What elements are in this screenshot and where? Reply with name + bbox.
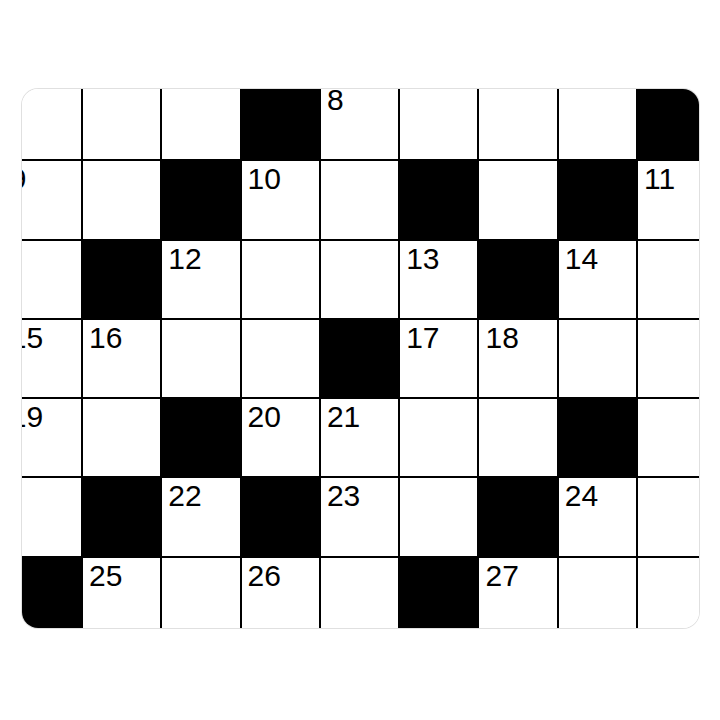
clue-number: 21 bbox=[327, 402, 360, 432]
white-cell[interactable] bbox=[321, 241, 400, 320]
clue-number: 17 bbox=[406, 323, 439, 353]
white-cell[interactable] bbox=[22, 89, 83, 161]
white-cell[interactable] bbox=[242, 241, 321, 320]
black-cell bbox=[162, 399, 241, 478]
white-cell[interactable]: 9 bbox=[22, 161, 83, 240]
white-cell[interactable] bbox=[162, 558, 241, 628]
white-cell[interactable]: 21 bbox=[321, 399, 400, 478]
white-cell[interactable]: 10 bbox=[242, 161, 321, 240]
black-cell bbox=[479, 478, 558, 557]
white-cell[interactable]: 23 bbox=[321, 478, 400, 557]
white-cell[interactable] bbox=[559, 320, 638, 399]
clue-number: 19 bbox=[22, 402, 43, 432]
white-cell[interactable]: 16 bbox=[83, 320, 162, 399]
white-cell[interactable] bbox=[162, 89, 241, 161]
white-cell[interactable]: 15 bbox=[22, 320, 83, 399]
white-cell[interactable]: 13 bbox=[400, 241, 479, 320]
white-cell[interactable]: 18 bbox=[479, 320, 558, 399]
black-cell bbox=[559, 399, 638, 478]
white-cell[interactable]: 12 bbox=[162, 241, 241, 320]
white-cell[interactable]: 19 bbox=[22, 399, 83, 478]
white-cell[interactable] bbox=[479, 399, 558, 478]
white-cell[interactable] bbox=[242, 320, 321, 399]
white-cell[interactable] bbox=[162, 320, 241, 399]
clue-number: 16 bbox=[89, 323, 122, 353]
white-cell[interactable]: 24 bbox=[559, 478, 638, 557]
white-cell[interactable] bbox=[479, 89, 558, 161]
black-cell bbox=[638, 89, 699, 161]
crossword-grid: 89101112131415161718192021222324252627 bbox=[22, 89, 699, 628]
black-cell bbox=[22, 558, 83, 628]
clue-number: 11 bbox=[644, 164, 675, 194]
black-cell bbox=[242, 89, 321, 161]
white-cell[interactable] bbox=[321, 558, 400, 628]
clue-number: 27 bbox=[485, 561, 518, 591]
clue-number: 23 bbox=[327, 481, 360, 511]
clue-number: 24 bbox=[565, 481, 598, 511]
white-cell[interactable] bbox=[479, 161, 558, 240]
white-cell[interactable] bbox=[83, 161, 162, 240]
white-cell[interactable] bbox=[559, 89, 638, 161]
white-cell[interactable] bbox=[321, 161, 400, 240]
white-cell[interactable]: 11 bbox=[638, 161, 699, 240]
clue-number: 9 bbox=[22, 164, 26, 194]
white-cell[interactable]: 22 bbox=[162, 478, 241, 557]
white-cell[interactable]: 8 bbox=[321, 89, 400, 161]
clue-number: 8 bbox=[327, 89, 344, 115]
clue-number: 25 bbox=[89, 561, 122, 591]
black-cell bbox=[559, 161, 638, 240]
white-cell[interactable]: 20 bbox=[242, 399, 321, 478]
black-cell bbox=[162, 161, 241, 240]
clue-number: 13 bbox=[406, 244, 439, 274]
page-background: 89101112131415161718192021222324252627 bbox=[0, 0, 720, 720]
black-cell bbox=[400, 161, 479, 240]
white-cell[interactable] bbox=[638, 399, 699, 478]
white-cell[interactable] bbox=[638, 478, 699, 557]
white-cell[interactable] bbox=[559, 558, 638, 628]
clue-number: 20 bbox=[248, 402, 281, 432]
clue-number: 12 bbox=[168, 244, 201, 274]
black-cell bbox=[83, 478, 162, 557]
white-cell[interactable]: 17 bbox=[400, 320, 479, 399]
white-cell[interactable]: 27 bbox=[479, 558, 558, 628]
black-cell bbox=[242, 478, 321, 557]
clue-number: 18 bbox=[485, 323, 518, 353]
white-cell[interactable]: 26 bbox=[242, 558, 321, 628]
white-cell[interactable] bbox=[638, 241, 699, 320]
clue-number: 14 bbox=[565, 244, 598, 274]
white-cell[interactable] bbox=[83, 89, 162, 161]
white-cell[interactable] bbox=[400, 399, 479, 478]
black-cell bbox=[83, 241, 162, 320]
white-cell[interactable]: 25 bbox=[83, 558, 162, 628]
white-cell[interactable] bbox=[22, 241, 83, 320]
black-cell bbox=[321, 320, 400, 399]
clue-number: 15 bbox=[22, 323, 43, 353]
black-cell bbox=[479, 241, 558, 320]
clue-number: 26 bbox=[248, 561, 281, 591]
clue-number: 22 bbox=[168, 481, 201, 511]
white-cell[interactable] bbox=[638, 558, 699, 628]
white-cell[interactable] bbox=[22, 478, 83, 557]
white-cell[interactable] bbox=[638, 320, 699, 399]
crossword-board: 89101112131415161718192021222324252627 bbox=[22, 89, 699, 628]
white-cell[interactable] bbox=[400, 478, 479, 557]
clue-number: 10 bbox=[248, 164, 281, 194]
black-cell bbox=[400, 558, 479, 628]
white-cell[interactable] bbox=[83, 399, 162, 478]
white-cell[interactable] bbox=[400, 89, 479, 161]
white-cell[interactable]: 14 bbox=[559, 241, 638, 320]
